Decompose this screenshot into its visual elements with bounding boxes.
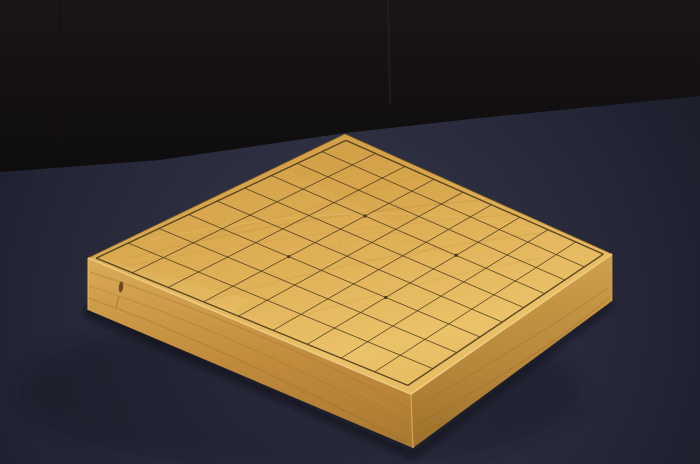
hoshi-dot <box>363 214 366 217</box>
curtain-fold-seam <box>58 0 60 140</box>
hoshi-dot <box>384 296 387 299</box>
hoshi-dot <box>455 254 458 257</box>
board-photo <box>0 0 700 464</box>
photo-stage <box>0 0 700 464</box>
hoshi-dot <box>287 255 290 258</box>
